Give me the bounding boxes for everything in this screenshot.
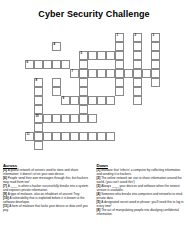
void-cell [151, 123, 160, 132]
crossword-cell[interactable]: 9 [61, 96, 70, 105]
void-cell [142, 114, 151, 123]
void-cell [70, 33, 79, 42]
cell-number: 2 [134, 34, 136, 37]
void-cell [124, 123, 133, 132]
cell-number: 9 [62, 97, 64, 100]
void-cell [97, 87, 106, 96]
void-cell [34, 42, 43, 51]
void-cell [151, 114, 160, 123]
void-cell [106, 105, 115, 114]
void-cell [115, 114, 124, 123]
void-cell [151, 132, 160, 141]
crossword-cell[interactable] [133, 96, 142, 105]
crossword-cell[interactable] [70, 114, 79, 123]
crossword-cell[interactable] [97, 132, 106, 141]
crossword-cell[interactable]: 2 [133, 33, 142, 42]
void-cell [106, 60, 115, 69]
void-cell [70, 87, 79, 96]
void-cell [43, 87, 52, 96]
void-cell [142, 42, 151, 51]
crossword-cell[interactable]: 1 [115, 33, 124, 42]
crossword-cell[interactable] [79, 114, 88, 123]
void-cell [133, 123, 142, 132]
void-cell [61, 33, 70, 42]
void-cell [43, 33, 52, 42]
crossword-cell[interactable] [106, 51, 115, 60]
crossword-cell[interactable] [79, 87, 88, 96]
void-cell [25, 105, 34, 114]
crossword-cell[interactable] [61, 60, 70, 69]
void-cell [106, 42, 115, 51]
void-cell [34, 33, 43, 42]
crossword-cell[interactable] [142, 69, 151, 78]
crossword-page: Cyber Security Challenge 1234567891011 A… [0, 0, 188, 243]
void-cell [61, 51, 70, 60]
void-cell [70, 78, 79, 87]
void-cell [88, 105, 97, 114]
cell-number: 4 [53, 43, 55, 46]
void-cell [88, 123, 97, 132]
crossword-cell[interactable] [115, 51, 124, 60]
clue-text: People send their own messages through t… [3, 176, 88, 184]
void-cell [142, 51, 151, 60]
crossword-cell[interactable]: 11 [25, 132, 34, 141]
void-cell [124, 114, 133, 123]
void-cell [97, 33, 106, 42]
void-cell [43, 78, 52, 87]
void-cell [106, 141, 115, 150]
clue-text: A form of malware that locks your device… [3, 204, 88, 212]
clue-text: The act of manipulating people into divu… [97, 208, 179, 216]
crossword-cell[interactable] [151, 51, 160, 60]
void-cell [43, 123, 52, 132]
void-cell [79, 123, 88, 132]
void-cell [61, 141, 70, 150]
void-cell [52, 141, 61, 150]
clues-section: Across [5] A global network of servers u… [3, 163, 185, 217]
crossword-cell[interactable] [133, 78, 142, 87]
void-cell [70, 51, 79, 60]
void-cell [70, 141, 79, 150]
void-cell [133, 132, 142, 141]
void-cell [106, 78, 115, 87]
clue-text: A ____ is when a hacker successfully bre… [3, 184, 88, 192]
void-cell [61, 87, 70, 96]
void-cell [124, 42, 133, 51]
void-cell [124, 78, 133, 87]
clue-item: [8] The act of manipulating people into … [97, 209, 186, 216]
crossword-cell[interactable] [43, 132, 52, 141]
crossword-cell[interactable] [88, 96, 97, 105]
crossword-cell[interactable] [52, 60, 61, 69]
crossword-cell[interactable] [106, 132, 115, 141]
void-cell [97, 105, 106, 114]
void-cell [124, 132, 133, 141]
void-cell [97, 42, 106, 51]
crossword-cell[interactable]: 3 [151, 33, 160, 42]
clue-text: Malware that 'infects' a computer by col… [97, 168, 181, 176]
crossword-cell[interactable] [79, 132, 88, 141]
void-cell [133, 114, 142, 123]
void-cell [25, 123, 34, 132]
crossword-cell[interactable] [79, 69, 88, 78]
void-cell [151, 96, 160, 105]
crossword-cell[interactable] [133, 60, 142, 69]
cell-number: 6 [26, 61, 28, 64]
void-cell [34, 51, 43, 60]
crossword-cell[interactable] [151, 60, 160, 69]
crossword-cell[interactable] [61, 132, 70, 141]
void-cell [133, 105, 142, 114]
void-cell [142, 60, 151, 69]
void-cell [106, 123, 115, 132]
cell-number: 1 [116, 34, 118, 37]
crossword-cell[interactable] [79, 96, 88, 105]
void-cell [142, 87, 151, 96]
void-cell [142, 96, 151, 105]
crossword-cell[interactable] [88, 69, 97, 78]
void-cell [115, 141, 124, 150]
crossword-cell[interactable] [34, 96, 43, 105]
void-cell [61, 42, 70, 51]
crossword-cell[interactable] [34, 123, 43, 132]
void-cell [151, 141, 160, 150]
puzzle-title: Cyber Security Challenge [0, 9, 188, 19]
crossword-cell[interactable] [124, 69, 133, 78]
void-cell [97, 60, 106, 69]
void-cell [25, 33, 34, 42]
void-cell [97, 114, 106, 123]
void-cell [25, 141, 34, 150]
void-cell [25, 114, 34, 123]
crossword-cell[interactable] [79, 60, 88, 69]
void-cell [34, 69, 43, 78]
void-cell [25, 51, 34, 60]
clue-text: A global network of servers used to stor… [3, 168, 78, 176]
void-cell [115, 96, 124, 105]
void-cell [124, 96, 133, 105]
void-cell [115, 105, 124, 114]
crossword-cell[interactable]: 6 [25, 60, 34, 69]
clue-text: A vulnerability that is exploited before… [3, 196, 84, 204]
crossword-cell[interactable] [34, 87, 43, 96]
void-cell [97, 141, 106, 150]
crossword-cell[interactable] [34, 105, 43, 114]
crossword-cell[interactable] [88, 132, 97, 141]
void-cell [70, 123, 79, 132]
crossword-cell[interactable] [133, 87, 142, 96]
crossword-cell[interactable] [115, 87, 124, 96]
cell-number: 5 [80, 52, 82, 55]
void-cell [79, 33, 88, 42]
void-cell [43, 96, 52, 105]
crossword-cell[interactable] [115, 42, 124, 51]
void-cell [43, 51, 52, 60]
crossword-cell[interactable]: 4 [52, 42, 61, 51]
clue-text: Someone who breaks into computers and ne… [97, 192, 183, 200]
void-cell [124, 60, 133, 69]
void-cell [133, 141, 142, 150]
down-clue-list: [1] Malware that 'infects' a computer by… [97, 169, 186, 216]
void-cell [25, 69, 34, 78]
void-cell [142, 141, 151, 150]
void-cell [61, 123, 70, 132]
crossword-cell[interactable] [97, 96, 106, 105]
void-cell [88, 78, 97, 87]
crossword-cell[interactable]: 10 [34, 114, 43, 123]
crossword-cell[interactable] [115, 69, 124, 78]
cell-number: 3 [152, 34, 154, 37]
void-cell [43, 42, 52, 51]
void-cell [25, 78, 34, 87]
void-cell [106, 33, 115, 42]
void-cell [52, 123, 61, 132]
down-clues: Down [1] Malware that 'infects' a comput… [97, 163, 186, 217]
void-cell [25, 87, 34, 96]
crossword-cell[interactable] [133, 51, 142, 60]
void-cell [43, 141, 52, 150]
void-cell [124, 87, 133, 96]
void-cell [70, 42, 79, 51]
clue-text: Always ____ your devices and software wh… [97, 184, 180, 192]
crossword-cell[interactable] [79, 78, 88, 87]
void-cell [151, 87, 160, 96]
void-cell [88, 42, 97, 51]
clue-text: A designated secret word or phrase; you'… [97, 200, 184, 208]
void-cell [142, 33, 151, 42]
void-cell [88, 60, 97, 69]
void-cell [25, 96, 34, 105]
crossword-cell[interactable] [79, 105, 88, 114]
cell-number: 11 [26, 133, 29, 136]
void-cell [142, 105, 151, 114]
crossword-cell[interactable] [52, 114, 61, 123]
void-cell [52, 69, 61, 78]
void-cell [124, 105, 133, 114]
void-cell [115, 132, 124, 141]
crossword-cell[interactable] [52, 87, 61, 96]
cell-number: 10 [35, 115, 38, 118]
crossword-cell[interactable] [133, 69, 142, 78]
crossword-cell[interactable] [106, 69, 115, 78]
void-cell [52, 33, 61, 42]
crossword-cell[interactable] [43, 60, 52, 69]
void-cell [25, 42, 34, 51]
void-cell [106, 114, 115, 123]
crossword-cell[interactable] [88, 114, 97, 123]
crossword-cell[interactable] [97, 51, 106, 60]
void-cell [61, 105, 70, 114]
crossword-grid: 1234567891011 [25, 33, 160, 150]
void-cell [61, 69, 70, 78]
crossword-cell[interactable] [115, 60, 124, 69]
void-cell [88, 141, 97, 150]
crossword-cell[interactable] [151, 69, 160, 78]
void-cell [79, 42, 88, 51]
crossword-cell[interactable] [34, 141, 43, 150]
void-cell [124, 33, 133, 42]
void-cell [88, 33, 97, 42]
crossword-cell[interactable] [106, 96, 115, 105]
void-cell [43, 105, 52, 114]
crossword-cell[interactable] [70, 96, 79, 105]
void-cell [88, 87, 97, 96]
void-cell [43, 69, 52, 78]
crossword-cell[interactable] [133, 42, 142, 51]
across-clue-list: [5] A global network of servers used to … [3, 169, 92, 213]
clue-text: The online network we use to share infor… [97, 176, 182, 184]
void-cell [52, 96, 61, 105]
crossword-cell[interactable] [61, 114, 70, 123]
crossword-cell[interactable] [70, 132, 79, 141]
void-cell [97, 123, 106, 132]
cell-number: 8 [35, 79, 37, 82]
void-cell [124, 51, 133, 60]
void-cell [142, 132, 151, 141]
crossword-cell[interactable]: 7 [70, 69, 79, 78]
void-cell [142, 78, 151, 87]
void-cell [97, 78, 106, 87]
crossword-cell[interactable] [52, 132, 61, 141]
void-cell [142, 123, 151, 132]
crossword-cell[interactable] [88, 51, 97, 60]
void-cell [70, 105, 79, 114]
void-cell [106, 87, 115, 96]
crossword-cell[interactable] [43, 114, 52, 123]
crossword-cell[interactable] [34, 132, 43, 141]
void-cell [52, 105, 61, 114]
void-cell [151, 105, 160, 114]
crossword-cell[interactable] [151, 78, 160, 87]
void-cell [70, 60, 79, 69]
void-cell [79, 141, 88, 150]
crossword-cell[interactable] [97, 69, 106, 78]
clue-item: [11] A form of malware that locks your d… [3, 205, 92, 212]
void-cell [61, 78, 70, 87]
crossword-cell[interactable]: 5 [79, 51, 88, 60]
void-cell [124, 141, 133, 150]
across-clues: Across [5] A global network of servers u… [3, 163, 92, 217]
crossword-cell[interactable] [52, 78, 61, 87]
void-cell [52, 51, 61, 60]
crossword-cell[interactable]: 8 [34, 78, 43, 87]
crossword-cell[interactable] [151, 42, 160, 51]
crossword-cell[interactable] [34, 60, 43, 69]
cell-number: 7 [71, 70, 73, 73]
void-cell [115, 123, 124, 132]
crossword-cell[interactable] [115, 78, 124, 87]
